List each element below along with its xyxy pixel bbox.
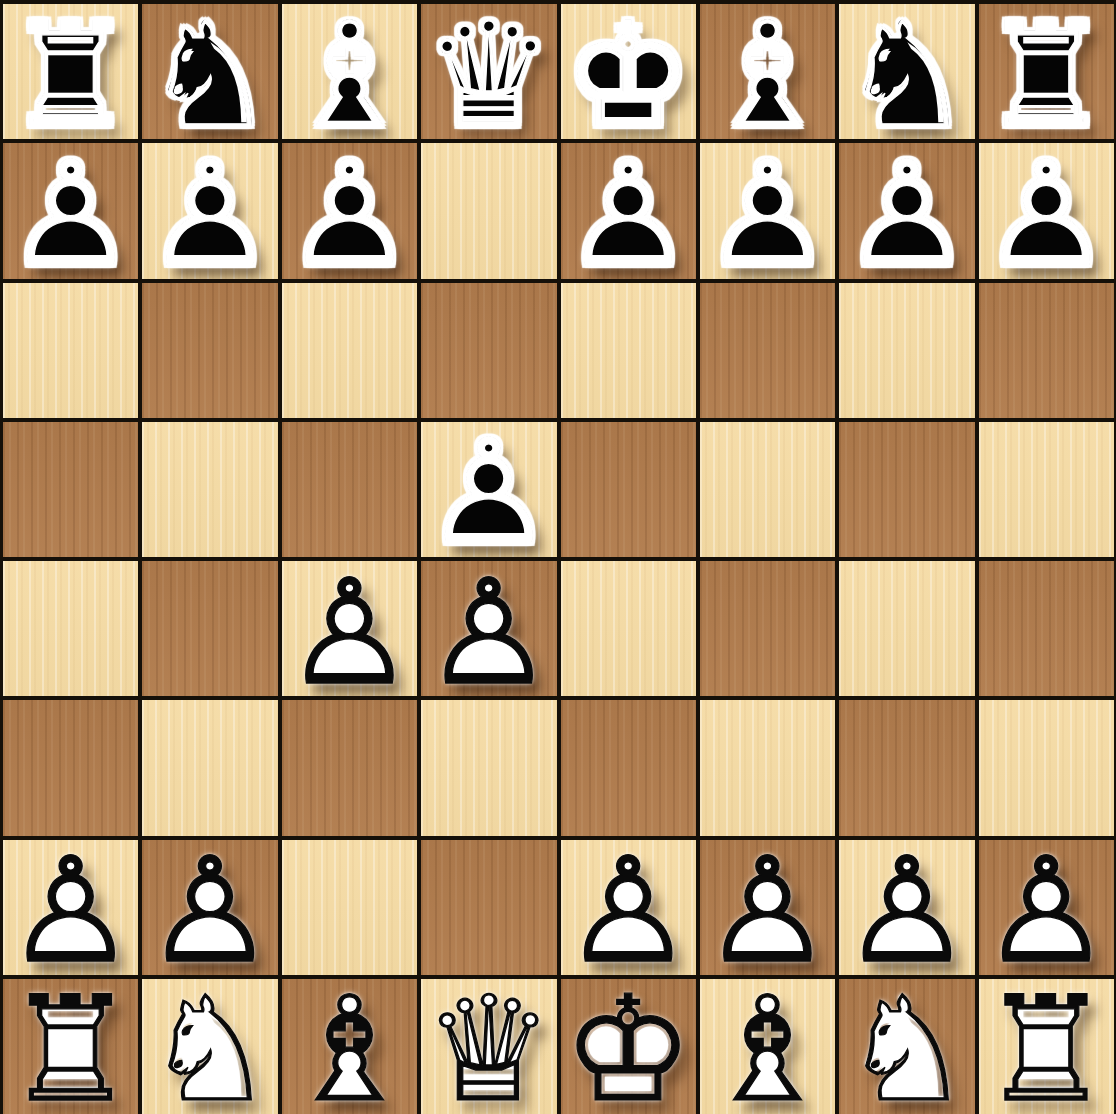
- white-knight[interactable]: ♞♘: [142, 982, 277, 1114]
- square-b5[interactable]: [142, 422, 277, 557]
- black-pawn[interactable]: ♟♙: [700, 146, 835, 281]
- square-f3[interactable]: [700, 700, 835, 835]
- black-rook-fill-glyph: ♜: [3, 7, 138, 142]
- black-pawn[interactable]: ♟♙: [282, 146, 417, 281]
- white-pawn-fill-glyph: ♟: [142, 843, 277, 978]
- white-pawn[interactable]: ♟♙: [421, 564, 556, 699]
- white-pawn-outline-glyph: ♙: [142, 843, 277, 978]
- black-pawn-outline-glyph: ♙: [282, 146, 417, 281]
- black-pawn-fill-glyph: ♟: [3, 146, 138, 281]
- white-pawn[interactable]: ♟♙: [282, 564, 417, 699]
- black-pawn-fill-glyph: ♟: [839, 146, 974, 281]
- square-b8[interactable]: ♞♘: [142, 4, 277, 139]
- white-bishop-fill-glyph: ♝: [282, 982, 417, 1114]
- square-e7[interactable]: ♟♙: [561, 143, 696, 278]
- black-queen-outline-glyph: ♕: [421, 7, 556, 142]
- white-pawn-outline-glyph: ♙: [421, 564, 556, 699]
- black-pawn-fill-glyph: ♟: [561, 146, 696, 281]
- white-rook-fill-glyph: ♜: [3, 982, 138, 1114]
- square-c8[interactable]: ♝♗: [282, 4, 417, 139]
- square-b6[interactable]: [142, 283, 277, 418]
- white-pawn-fill-glyph: ♟: [3, 843, 138, 978]
- white-pawn-outline-glyph: ♙: [700, 843, 835, 978]
- square-d3[interactable]: [421, 700, 556, 835]
- square-c2[interactable]: [282, 840, 417, 975]
- white-pawn[interactable]: ♟♙: [3, 843, 138, 978]
- square-a3[interactable]: [3, 700, 138, 835]
- black-queen[interactable]: ♛♕: [421, 7, 556, 142]
- black-pawn[interactable]: ♟♙: [3, 146, 138, 281]
- white-rook-outline-glyph: ♖: [979, 982, 1114, 1114]
- square-b7[interactable]: ♟♙: [142, 143, 277, 278]
- black-knight-outline-glyph: ♘: [142, 7, 277, 142]
- square-g5[interactable]: [839, 422, 974, 557]
- black-bishop-outline-glyph: ♗: [282, 7, 417, 142]
- square-f2[interactable]: ♟♙: [700, 840, 835, 975]
- white-rook-fill-glyph: ♜: [979, 982, 1114, 1114]
- square-f5[interactable]: [700, 422, 835, 557]
- square-d2[interactable]: [421, 840, 556, 975]
- white-bishop-outline-glyph: ♗: [700, 982, 835, 1114]
- white-bishop-fill-glyph: ♝: [700, 982, 835, 1114]
- black-rook[interactable]: ♜♖: [3, 7, 138, 142]
- white-bishop[interactable]: ♝♗: [282, 982, 417, 1114]
- black-pawn-outline-glyph: ♙: [561, 146, 696, 281]
- square-h7[interactable]: ♟♙: [979, 143, 1114, 278]
- square-c1[interactable]: ♝♗: [282, 979, 417, 1114]
- square-e6[interactable]: [561, 283, 696, 418]
- black-rook-outline-glyph: ♖: [979, 7, 1114, 142]
- square-c4[interactable]: ♟♙: [282, 561, 417, 696]
- square-d4[interactable]: ♟♙: [421, 561, 556, 696]
- square-d7[interactable]: [421, 143, 556, 278]
- square-g3[interactable]: [839, 700, 974, 835]
- black-pawn-outline-glyph: ♙: [421, 425, 556, 560]
- black-pawn-outline-glyph: ♙: [839, 146, 974, 281]
- square-c7[interactable]: ♟♙: [282, 143, 417, 278]
- square-d8[interactable]: ♛♕: [421, 4, 556, 139]
- black-bishop-outline-glyph: ♗: [700, 7, 835, 142]
- square-d1[interactable]: ♛♕: [421, 979, 556, 1114]
- white-rook-outline-glyph: ♖: [3, 982, 138, 1114]
- square-b4[interactable]: [142, 561, 277, 696]
- square-c6[interactable]: [282, 283, 417, 418]
- black-pawn-outline-glyph: ♙: [3, 146, 138, 281]
- square-f7[interactable]: ♟♙: [700, 143, 835, 278]
- white-pawn-outline-glyph: ♙: [3, 843, 138, 978]
- white-pawn-outline-glyph: ♙: [561, 843, 696, 978]
- square-f8[interactable]: ♝♗: [700, 4, 835, 139]
- square-b3[interactable]: [142, 700, 277, 835]
- black-pawn-fill-glyph: ♟: [282, 146, 417, 281]
- white-pawn-fill-glyph: ♟: [839, 843, 974, 978]
- black-bishop[interactable]: ♝♗: [700, 7, 835, 142]
- square-h4[interactable]: [979, 561, 1114, 696]
- square-b1[interactable]: ♞♘: [142, 979, 277, 1114]
- square-a7[interactable]: ♟♙: [3, 143, 138, 278]
- square-h1[interactable]: ♜♖: [979, 979, 1114, 1114]
- black-knight-fill-glyph: ♞: [142, 7, 277, 142]
- square-g6[interactable]: [839, 283, 974, 418]
- black-pawn[interactable]: ♟♙: [561, 146, 696, 281]
- square-e8[interactable]: ♚♔: [561, 4, 696, 139]
- white-pawn[interactable]: ♟♙: [142, 843, 277, 978]
- square-e3[interactable]: [561, 700, 696, 835]
- black-pawn-outline-glyph: ♙: [700, 146, 835, 281]
- black-pawn-outline-glyph: ♙: [142, 146, 277, 281]
- white-king-fill-glyph: ♚: [561, 982, 696, 1114]
- white-pawn[interactable]: ♟♙: [561, 843, 696, 978]
- white-rook[interactable]: ♜♖: [979, 982, 1114, 1114]
- square-f6[interactable]: [700, 283, 835, 418]
- black-pawn[interactable]: ♟♙: [979, 146, 1114, 281]
- white-pawn-fill-glyph: ♟: [421, 564, 556, 699]
- black-knight-fill-glyph: ♞: [839, 7, 974, 142]
- square-g4[interactable]: [839, 561, 974, 696]
- black-rook[interactable]: ♜♖: [979, 7, 1114, 142]
- black-knight[interactable]: ♞♘: [839, 7, 974, 142]
- black-pawn-outline-glyph: ♙: [979, 146, 1114, 281]
- square-g2[interactable]: ♟♙: [839, 840, 974, 975]
- square-a6[interactable]: [3, 283, 138, 418]
- square-e4[interactable]: [561, 561, 696, 696]
- square-e1[interactable]: ♚♔: [561, 979, 696, 1114]
- square-f1[interactable]: ♝♗: [700, 979, 835, 1114]
- black-knight-outline-glyph: ♘: [839, 7, 974, 142]
- square-e2[interactable]: ♟♙: [561, 840, 696, 975]
- white-bishop[interactable]: ♝♗: [700, 982, 835, 1114]
- white-pawn-outline-glyph: ♙: [282, 564, 417, 699]
- square-a4[interactable]: [3, 561, 138, 696]
- white-pawn-outline-glyph: ♙: [839, 843, 974, 978]
- square-h8[interactable]: ♜♖: [979, 4, 1114, 139]
- square-h6[interactable]: [979, 283, 1114, 418]
- square-a1[interactable]: ♜♖: [3, 979, 138, 1114]
- white-knight-outline-glyph: ♘: [839, 982, 974, 1114]
- square-a5[interactable]: [3, 422, 138, 557]
- square-g1[interactable]: ♞♘: [839, 979, 974, 1114]
- white-pawn[interactable]: ♟♙: [979, 843, 1114, 978]
- square-h3[interactable]: [979, 700, 1114, 835]
- black-pawn-fill-glyph: ♟: [421, 425, 556, 560]
- white-pawn[interactable]: ♟♙: [839, 843, 974, 978]
- white-bishop-outline-glyph: ♗: [282, 982, 417, 1114]
- white-knight-fill-glyph: ♞: [142, 982, 277, 1114]
- white-knight-outline-glyph: ♘: [142, 982, 277, 1114]
- square-g7[interactable]: ♟♙: [839, 143, 974, 278]
- white-pawn[interactable]: ♟♙: [700, 843, 835, 978]
- white-king[interactable]: ♚♔: [561, 982, 696, 1114]
- white-pawn-fill-glyph: ♟: [282, 564, 417, 699]
- square-b2[interactable]: ♟♙: [142, 840, 277, 975]
- square-h2[interactable]: ♟♙: [979, 840, 1114, 975]
- white-knight-fill-glyph: ♞: [839, 982, 974, 1114]
- square-a2[interactable]: ♟♙: [3, 840, 138, 975]
- square-d6[interactable]: [421, 283, 556, 418]
- black-pawn[interactable]: ♟♙: [421, 425, 556, 560]
- black-king-outline-glyph: ♔: [561, 7, 696, 142]
- black-bishop-fill-glyph: ♝: [700, 7, 835, 142]
- white-pawn-fill-glyph: ♟: [561, 843, 696, 978]
- square-c3[interactable]: [282, 700, 417, 835]
- black-pawn[interactable]: ♟♙: [839, 146, 974, 281]
- black-pawn[interactable]: ♟♙: [142, 146, 277, 281]
- square-a8[interactable]: ♜♖: [3, 4, 138, 139]
- white-king-outline-glyph: ♔: [561, 982, 696, 1114]
- white-pawn-fill-glyph: ♟: [700, 843, 835, 978]
- black-bishop-fill-glyph: ♝: [282, 7, 417, 142]
- square-d5[interactable]: ♟♙: [421, 422, 556, 557]
- black-bishop[interactable]: ♝♗: [282, 7, 417, 142]
- black-queen-fill-glyph: ♛: [421, 7, 556, 142]
- black-knight[interactable]: ♞♘: [142, 7, 277, 142]
- white-pawn-outline-glyph: ♙: [979, 843, 1114, 978]
- black-pawn-fill-glyph: ♟: [700, 146, 835, 281]
- white-queen-outline-glyph: ♕: [421, 982, 556, 1114]
- white-queen-fill-glyph: ♛: [421, 982, 556, 1114]
- chess-board: ♜♖♞♘♝♗♛♕♚♔♝♗♞♘♜♖♟♙♟♙♟♙♟♙♟♙♟♙♟♙♟♙♟♙♟♙♟♙♟♙…: [0, 0, 1116, 1114]
- square-f4[interactable]: [700, 561, 835, 696]
- black-king[interactable]: ♚♔: [561, 7, 696, 142]
- square-e5[interactable]: [561, 422, 696, 557]
- square-g8[interactable]: ♞♘: [839, 4, 974, 139]
- black-pawn-fill-glyph: ♟: [979, 146, 1114, 281]
- white-queen[interactable]: ♛♕: [421, 982, 556, 1114]
- black-pawn-fill-glyph: ♟: [142, 146, 277, 281]
- square-c5[interactable]: [282, 422, 417, 557]
- white-pawn-fill-glyph: ♟: [979, 843, 1114, 978]
- black-king-fill-glyph: ♚: [561, 7, 696, 142]
- black-rook-outline-glyph: ♖: [3, 7, 138, 142]
- square-h5[interactable]: [979, 422, 1114, 557]
- black-rook-fill-glyph: ♜: [979, 7, 1114, 142]
- white-knight[interactable]: ♞♘: [839, 982, 974, 1114]
- white-rook[interactable]: ♜♖: [3, 982, 138, 1114]
